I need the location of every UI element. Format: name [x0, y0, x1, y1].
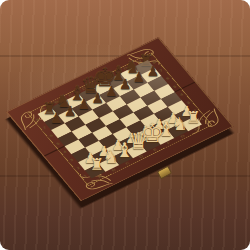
piece-black-pawn[interactable]: ♟ [43, 111, 69, 125]
product-photo-chess-set: AABBCCDDEEFFGGHH1122334455667788 ♜♞♝♛♚♝♞… [0, 0, 250, 250]
piece-white-rook[interactable]: ♜ [84, 157, 110, 173]
